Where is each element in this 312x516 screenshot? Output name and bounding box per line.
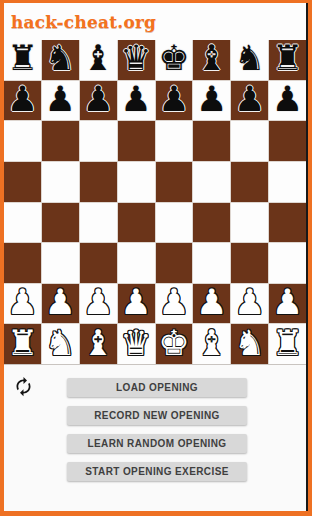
screen-edge-line [306, 3, 308, 511]
square-b4[interactable] [42, 203, 79, 243]
square-b2[interactable]: ♟ [42, 284, 79, 324]
square-a8[interactable]: ♜ [4, 40, 41, 80]
square-e1[interactable]: ♚ [156, 324, 193, 364]
white-rook: ♜ [7, 326, 38, 361]
square-a5[interactable] [4, 162, 41, 202]
square-d3[interactable] [118, 243, 155, 283]
app-window: hack-cheat.org ♜♞♝♛♚♝♞♜♟♟♟♟♟♟♟♟♟♟♟♟♟♟♟♟♜… [0, 0, 312, 516]
black-pawn: ♟ [158, 82, 189, 117]
square-g2[interactable]: ♟ [231, 284, 268, 324]
watermark-text: hack-cheat.org [4, 12, 156, 32]
square-d1[interactable]: ♛ [118, 324, 155, 364]
square-f8[interactable]: ♝ [193, 40, 230, 80]
square-h3[interactable] [269, 243, 306, 283]
square-h6[interactable] [269, 121, 306, 161]
square-b1[interactable]: ♞ [42, 324, 79, 364]
white-pawn: ♟ [82, 285, 113, 320]
black-queen: ♛ [120, 41, 151, 76]
square-b7[interactable]: ♟ [42, 81, 79, 121]
square-f3[interactable] [193, 243, 230, 283]
square-c8[interactable]: ♝ [80, 40, 117, 80]
square-a7[interactable]: ♟ [4, 81, 41, 121]
white-knight: ♞ [234, 326, 265, 361]
black-rook: ♜ [272, 41, 303, 76]
square-e6[interactable] [156, 121, 193, 161]
square-h4[interactable] [269, 203, 306, 243]
white-bishop: ♝ [82, 326, 113, 361]
square-b8[interactable]: ♞ [42, 40, 79, 80]
square-f4[interactable] [193, 203, 230, 243]
square-e3[interactable] [156, 243, 193, 283]
square-g5[interactable] [231, 162, 268, 202]
learn-random-opening-button[interactable]: LEARN RANDOM OPENING [67, 434, 247, 453]
load-opening-button[interactable]: LOAD OPENING [67, 378, 247, 397]
square-h7[interactable]: ♟ [269, 81, 306, 121]
white-knight: ♞ [45, 326, 76, 361]
black-bishop: ♝ [82, 41, 113, 76]
white-pawn: ♟ [272, 285, 303, 320]
white-bishop: ♝ [196, 326, 227, 361]
square-b5[interactable] [42, 162, 79, 202]
square-d4[interactable] [118, 203, 155, 243]
square-c4[interactable] [80, 203, 117, 243]
square-g4[interactable] [231, 203, 268, 243]
square-d7[interactable]: ♟ [118, 81, 155, 121]
square-f1[interactable]: ♝ [193, 324, 230, 364]
square-h2[interactable]: ♟ [269, 284, 306, 324]
square-e2[interactable]: ♟ [156, 284, 193, 324]
black-pawn: ♟ [45, 82, 76, 117]
white-rook: ♜ [272, 326, 303, 361]
square-c1[interactable]: ♝ [80, 324, 117, 364]
square-h5[interactable] [269, 162, 306, 202]
square-f2[interactable]: ♟ [193, 284, 230, 324]
square-b3[interactable] [42, 243, 79, 283]
square-e4[interactable] [156, 203, 193, 243]
square-g1[interactable]: ♞ [231, 324, 268, 364]
square-a4[interactable] [4, 203, 41, 243]
square-d8[interactable]: ♛ [118, 40, 155, 80]
square-h1[interactable]: ♜ [269, 324, 306, 364]
square-g3[interactable] [231, 243, 268, 283]
square-c7[interactable]: ♟ [80, 81, 117, 121]
black-king: ♚ [158, 41, 189, 76]
black-knight: ♞ [234, 41, 265, 76]
square-e5[interactable] [156, 162, 193, 202]
black-pawn: ♟ [196, 82, 227, 117]
black-bishop: ♝ [196, 41, 227, 76]
white-pawn: ♟ [120, 285, 151, 320]
square-f7[interactable]: ♟ [193, 81, 230, 121]
white-pawn: ♟ [7, 285, 38, 320]
square-d2[interactable]: ♟ [118, 284, 155, 324]
white-pawn: ♟ [45, 285, 76, 320]
square-h8[interactable]: ♜ [269, 40, 306, 80]
flip-refresh-button[interactable] [12, 376, 34, 398]
white-king: ♚ [158, 326, 189, 361]
watermark-band: hack-cheat.org [4, 3, 308, 40]
square-c2[interactable]: ♟ [80, 284, 117, 324]
square-c6[interactable] [80, 121, 117, 161]
chess-board[interactable]: ♜♞♝♛♚♝♞♜♟♟♟♟♟♟♟♟♟♟♟♟♟♟♟♟♜♞♝♛♚♝♞♜ [4, 40, 306, 365]
black-knight: ♞ [45, 41, 76, 76]
square-g8[interactable]: ♞ [231, 40, 268, 80]
refresh-icon [13, 385, 34, 400]
square-c3[interactable] [80, 243, 117, 283]
square-a2[interactable]: ♟ [4, 284, 41, 324]
square-g6[interactable] [231, 121, 268, 161]
square-a1[interactable]: ♜ [4, 324, 41, 364]
square-f5[interactable] [193, 162, 230, 202]
opening-buttons: LOAD OPENING RECORD NEW OPENING LEARN RA… [67, 378, 247, 481]
controls-panel: LOAD OPENING RECORD NEW OPENING LEARN RA… [4, 365, 308, 511]
square-e8[interactable]: ♚ [156, 40, 193, 80]
black-rook: ♜ [7, 41, 38, 76]
black-pawn: ♟ [272, 82, 303, 117]
black-pawn: ♟ [120, 82, 151, 117]
square-d6[interactable] [118, 121, 155, 161]
square-a3[interactable] [4, 243, 41, 283]
square-d5[interactable] [118, 162, 155, 202]
black-pawn: ♟ [82, 82, 113, 117]
white-queen: ♛ [120, 326, 151, 361]
square-c5[interactable] [80, 162, 117, 202]
white-pawn: ♟ [234, 285, 265, 320]
square-a6[interactable] [4, 121, 41, 161]
black-pawn: ♟ [234, 82, 265, 117]
black-pawn: ♟ [7, 82, 38, 117]
square-g7[interactable]: ♟ [231, 81, 268, 121]
record-new-opening-button[interactable]: RECORD NEW OPENING [67, 406, 247, 425]
square-b6[interactable] [42, 121, 79, 161]
white-pawn: ♟ [158, 285, 189, 320]
start-opening-exercise-button[interactable]: START OPENING EXERCISE [67, 462, 247, 481]
square-f6[interactable] [193, 121, 230, 161]
square-e7[interactable]: ♟ [156, 81, 193, 121]
white-pawn: ♟ [196, 285, 227, 320]
